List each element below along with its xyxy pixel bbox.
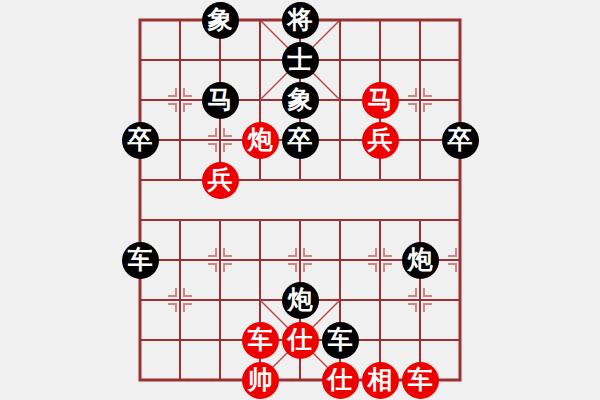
piece-red-elephant[interactable]: 相 (362, 362, 399, 399)
board-pieces-layer: 象将士马象马卒炮卒兵卒兵车炮炮车仕车帅仕相车 (120, 0, 480, 400)
piece-black-horse[interactable]: 马 (202, 82, 239, 119)
piece-black-chariot[interactable]: 车 (122, 242, 159, 279)
piece-black-elephant[interactable]: 象 (282, 82, 319, 119)
piece-black-soldier[interactable]: 卒 (282, 122, 319, 159)
piece-black-cannon[interactable]: 炮 (282, 282, 319, 319)
piece-red-chariot[interactable]: 车 (402, 362, 439, 399)
xiangqi-screenshot: 象将士马象马卒炮卒兵卒兵车炮炮车仕车帅仕相车 (0, 0, 600, 400)
piece-black-soldier[interactable]: 卒 (122, 122, 159, 159)
piece-red-soldier[interactable]: 兵 (202, 162, 239, 199)
piece-red-advisor[interactable]: 仕 (282, 322, 319, 359)
piece-black-general[interactable]: 将 (282, 2, 319, 39)
piece-black-cannon[interactable]: 炮 (402, 242, 439, 279)
piece-black-advisor[interactable]: 士 (282, 42, 319, 79)
piece-red-chariot[interactable]: 车 (242, 322, 279, 359)
piece-red-general[interactable]: 帅 (242, 362, 279, 399)
xiangqi-board: 象将士马象马卒炮卒兵卒兵车炮炮车仕车帅仕相车 (120, 0, 480, 400)
piece-black-chariot[interactable]: 车 (322, 322, 359, 359)
piece-red-soldier[interactable]: 兵 (362, 122, 399, 159)
piece-red-advisor[interactable]: 仕 (322, 362, 359, 399)
piece-red-horse[interactable]: 马 (362, 82, 399, 119)
piece-black-elephant[interactable]: 象 (202, 2, 239, 39)
piece-black-soldier[interactable]: 卒 (442, 122, 479, 159)
piece-red-cannon[interactable]: 炮 (242, 122, 279, 159)
